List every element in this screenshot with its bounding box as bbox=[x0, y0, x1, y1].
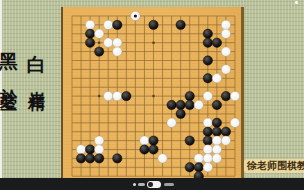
white-stone bbox=[194, 100, 203, 109]
black-stone bbox=[203, 136, 212, 145]
black-stone bbox=[212, 100, 221, 109]
black-stone bbox=[185, 163, 194, 172]
video-frame: 黑 於之莹 白 崔精 徐老师围棋教 bbox=[0, 0, 304, 190]
black-stone bbox=[85, 38, 94, 47]
black-stone bbox=[85, 145, 94, 154]
control-mini-label-2 bbox=[164, 183, 174, 186]
black-stone bbox=[176, 20, 185, 29]
black-stone bbox=[85, 154, 94, 163]
white-stone bbox=[230, 118, 239, 127]
black-stone bbox=[94, 47, 103, 56]
white-stone bbox=[158, 154, 167, 163]
control-dot-icon[interactable] bbox=[133, 183, 136, 186]
black-stone bbox=[203, 74, 212, 83]
white-stone bbox=[203, 118, 212, 127]
white-stone bbox=[94, 136, 103, 145]
black-stone bbox=[221, 127, 230, 136]
white-stone bbox=[94, 145, 103, 154]
black-stone bbox=[167, 100, 176, 109]
black-stone bbox=[203, 127, 212, 136]
black-stone bbox=[185, 100, 194, 109]
corner-dot bbox=[295, 1, 298, 4]
black-stone bbox=[212, 127, 221, 136]
video-control-bar[interactable] bbox=[0, 178, 304, 190]
black-stone bbox=[212, 38, 221, 47]
control-mini-label bbox=[138, 183, 145, 186]
white-stone bbox=[94, 29, 103, 38]
white-stone bbox=[113, 38, 122, 47]
white-player-name: 崔精 bbox=[28, 77, 45, 83]
white-player-label: 白 崔精 bbox=[27, 40, 46, 83]
white-stone bbox=[104, 38, 113, 47]
white-stone bbox=[140, 136, 149, 145]
white-stone bbox=[76, 145, 85, 154]
black-stone bbox=[203, 38, 212, 47]
left-edge-strip bbox=[0, 0, 2, 178]
black-stone bbox=[149, 145, 158, 154]
white-stone bbox=[113, 91, 122, 100]
black-stone bbox=[185, 91, 194, 100]
black-stone bbox=[94, 154, 103, 163]
white-stone bbox=[203, 91, 212, 100]
white-stone bbox=[221, 20, 230, 29]
watermark-text: 徐老师围棋教 bbox=[247, 160, 304, 171]
white-stone bbox=[203, 154, 212, 163]
black-stone bbox=[85, 29, 94, 38]
last-move-marker bbox=[134, 14, 137, 17]
black-stone bbox=[203, 56, 212, 65]
white-stone bbox=[85, 20, 94, 29]
white-stone bbox=[221, 136, 230, 145]
control-toggle[interactable] bbox=[147, 181, 161, 188]
white-stone bbox=[230, 91, 239, 100]
white-stone bbox=[203, 145, 212, 154]
black-player-label: 黑 於之莹 bbox=[0, 37, 18, 83]
white-stone bbox=[104, 91, 113, 100]
black-stone bbox=[212, 118, 221, 127]
white-stone bbox=[221, 29, 230, 38]
white-stone bbox=[212, 154, 221, 163]
white-stone bbox=[212, 74, 221, 83]
black-stone bbox=[122, 91, 131, 100]
white-stone bbox=[104, 20, 113, 29]
black-stone bbox=[113, 20, 122, 29]
black-stone bbox=[113, 154, 122, 163]
black-stone bbox=[176, 100, 185, 109]
black-stone bbox=[149, 136, 158, 145]
black-stone bbox=[194, 163, 203, 172]
black-player-name: 於之莹 bbox=[0, 74, 17, 83]
channel-watermark-badge: 徐老师围棋教 bbox=[244, 159, 304, 173]
white-stone bbox=[203, 163, 212, 172]
white-stone bbox=[221, 65, 230, 74]
board-grid bbox=[63, 7, 246, 178]
black-stone bbox=[203, 29, 212, 38]
white-stone bbox=[113, 47, 122, 56]
black-stone bbox=[149, 20, 158, 29]
go-board bbox=[61, 7, 244, 178]
black-stone bbox=[176, 109, 185, 118]
white-stone bbox=[212, 145, 221, 154]
black-stone bbox=[140, 145, 149, 154]
black-stone bbox=[76, 154, 85, 163]
white-stone bbox=[194, 154, 203, 163]
black-stone bbox=[221, 91, 230, 100]
white-stone bbox=[221, 47, 230, 56]
white-stone bbox=[167, 118, 176, 127]
white-stone bbox=[212, 136, 221, 145]
black-stone bbox=[185, 136, 194, 145]
toggle-knob-icon bbox=[148, 182, 153, 187]
